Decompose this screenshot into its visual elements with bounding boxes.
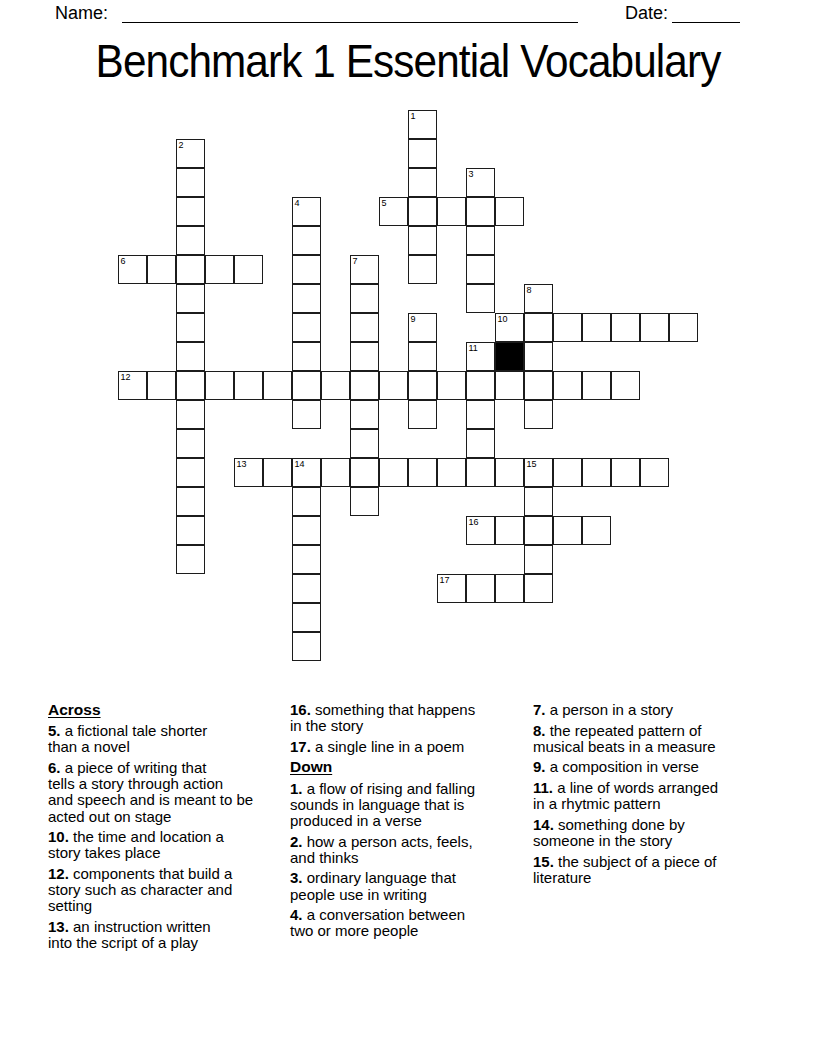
- clue-number-label: 13.: [48, 918, 69, 935]
- clue-number: 10: [498, 315, 508, 324]
- grid-cell[interactable]: [466, 226, 495, 255]
- grid-cell[interactable]: [466, 458, 495, 487]
- grid-cell[interactable]: [292, 545, 321, 574]
- clue-text: a flow of rising and falling sounds in l…: [290, 780, 475, 829]
- clue-13-across: 13. an instruction written into the scri…: [48, 919, 290, 951]
- grid-cell[interactable]: [176, 429, 205, 458]
- clue-number: 12: [121, 373, 131, 382]
- clue-text: ordinary language that people use in wri…: [290, 869, 456, 902]
- grid-cell[interactable]: [176, 516, 205, 545]
- grid-cell[interactable]: 9: [408, 313, 437, 342]
- grid-cell[interactable]: [379, 458, 408, 487]
- clue-text: a conversation between two or more peopl…: [290, 906, 465, 939]
- crossword-grid: 1234567891011121314151617: [118, 110, 698, 661]
- clue-15-down: 15. the subject of a piece of literature: [533, 854, 775, 886]
- clue-number-label: 1.: [290, 780, 303, 797]
- grid-cell[interactable]: [234, 371, 263, 400]
- grid-cell[interactable]: [582, 458, 611, 487]
- grid-cell[interactable]: [321, 458, 350, 487]
- clue-number-label: 6.: [48, 759, 61, 776]
- grid-cell[interactable]: [466, 574, 495, 603]
- grid-cell[interactable]: [292, 400, 321, 429]
- page-title: Benchmark 1 Essential Vocabulary: [41, 36, 775, 86]
- grid-cell[interactable]: [176, 458, 205, 487]
- grid-cell[interactable]: 1: [408, 110, 437, 139]
- grid-cell[interactable]: [640, 458, 669, 487]
- grid-cell[interactable]: [350, 284, 379, 313]
- grid-cell[interactable]: 4: [292, 197, 321, 226]
- grid-cell[interactable]: [408, 342, 437, 371]
- clue-1-down: 1. a flow of rising and falling sounds i…: [290, 781, 532, 830]
- clue-16-across: 16. something that happens in the story: [290, 702, 532, 734]
- clue-number-label: 16.: [290, 701, 311, 718]
- clue-text: something done by someone in the story: [533, 816, 685, 849]
- clue-text: a line of words arranged in a rhytmic pa…: [533, 779, 718, 812]
- grid-cell[interactable]: [611, 371, 640, 400]
- grid-cell[interactable]: [466, 197, 495, 226]
- grid-cell[interactable]: [292, 516, 321, 545]
- grid-cell[interactable]: [292, 342, 321, 371]
- grid-cell[interactable]: [437, 458, 466, 487]
- clue-12-across: 12. components that build a story such a…: [48, 866, 290, 915]
- grid-cell[interactable]: [205, 255, 234, 284]
- grid-cell[interactable]: [147, 371, 176, 400]
- clue-column-3: 7. a person in a story8. the repeated pa…: [533, 702, 775, 890]
- grid-cell[interactable]: [292, 255, 321, 284]
- clue-number-label: 10.: [48, 828, 69, 845]
- grid-cell[interactable]: [466, 255, 495, 284]
- grid-cell[interactable]: [466, 284, 495, 313]
- date-blank-line[interactable]: [672, 0, 740, 23]
- grid-cell[interactable]: [176, 400, 205, 429]
- clue-number: 5: [382, 199, 387, 208]
- grid-cell[interactable]: 13: [234, 458, 263, 487]
- clue-number: 9: [411, 315, 416, 324]
- clue-number: 13: [237, 460, 247, 469]
- clue-text: how a person acts, feels, and thinks: [290, 833, 473, 866]
- grid-cell[interactable]: [524, 313, 553, 342]
- grid-cell[interactable]: [553, 313, 582, 342]
- name-blank-line[interactable]: [122, 0, 578, 23]
- grid-cell[interactable]: [582, 371, 611, 400]
- clue-text: something that happens in the story: [290, 701, 475, 734]
- clue-text: components that build a story such as ch…: [48, 865, 232, 914]
- grid-cell[interactable]: [408, 226, 437, 255]
- grid-cell[interactable]: 16: [466, 516, 495, 545]
- grid-cell[interactable]: [437, 197, 466, 226]
- grid-cell[interactable]: [176, 284, 205, 313]
- name-label: Name:: [55, 3, 108, 23]
- grid-cell[interactable]: [524, 400, 553, 429]
- clue-17-across: 17. a single line in a poem: [290, 739, 532, 755]
- clue-column-1: Across5. a fictional tale shorter than a…: [48, 702, 290, 956]
- grid-cell[interactable]: 3: [466, 168, 495, 197]
- grid-cell[interactable]: [524, 342, 553, 371]
- grid-cell[interactable]: [408, 458, 437, 487]
- clue-number-label: 15.: [533, 853, 554, 870]
- grid-cell[interactable]: [350, 487, 379, 516]
- clue-number: 14: [295, 460, 305, 469]
- grid-cell[interactable]: [524, 574, 553, 603]
- clue-number: 4: [295, 199, 300, 208]
- grid-cell[interactable]: 2: [176, 139, 205, 168]
- grid-cell[interactable]: [321, 371, 350, 400]
- across-heading: Across: [48, 702, 290, 718]
- clue-5-across: 5. a fictional tale shorter than a novel: [48, 723, 290, 755]
- grid-cell[interactable]: [176, 487, 205, 516]
- clue-4-down: 4. a conversation between two or more pe…: [290, 907, 532, 939]
- clue-number: 17: [440, 576, 450, 585]
- grid-cell[interactable]: [350, 429, 379, 458]
- clue-number-label: 5.: [48, 722, 61, 739]
- clue-8-down: 8. the repeated pattern of musical beats…: [533, 723, 775, 755]
- clue-number: 16: [469, 518, 479, 527]
- clue-number-label: 14.: [533, 816, 554, 833]
- grid-cell[interactable]: [408, 371, 437, 400]
- grid-cell[interactable]: [466, 429, 495, 458]
- clue-9-down: 9. a composition in verse: [533, 759, 775, 775]
- grid-cell[interactable]: [408, 197, 437, 226]
- grid-cell[interactable]: 7: [350, 255, 379, 284]
- grid-cell[interactable]: [524, 487, 553, 516]
- clue-14-down: 14. something done by someone in the sto…: [533, 817, 775, 849]
- grid-cell[interactable]: [466, 400, 495, 429]
- grid-cell[interactable]: [524, 371, 553, 400]
- grid-cell[interactable]: 11: [466, 342, 495, 371]
- clue-number-label: 4.: [290, 906, 303, 923]
- clue-10-across: 10. the time and location a story takes …: [48, 829, 290, 861]
- grid-cell[interactable]: [437, 371, 466, 400]
- grid-cell[interactable]: [408, 168, 437, 197]
- grid-cell[interactable]: [292, 284, 321, 313]
- clue-11-down: 11. a line of words arranged in a rhytmi…: [533, 780, 775, 812]
- grid-cell[interactable]: [292, 313, 321, 342]
- grid-cell[interactable]: 5: [379, 197, 408, 226]
- grid-cell[interactable]: [263, 371, 292, 400]
- clue-text: a fictional tale shorter than a novel: [48, 722, 207, 755]
- clue-number-label: 8.: [533, 722, 546, 739]
- clue-number: 15: [527, 460, 537, 469]
- grid-cell[interactable]: [379, 371, 408, 400]
- grid-cell[interactable]: [524, 545, 553, 574]
- clue-number: 2: [179, 141, 184, 150]
- clue-column-2: 16. something that happens in the story1…: [290, 702, 532, 944]
- grid-cell[interactable]: [582, 516, 611, 545]
- worksheet-page: Name: Date: Benchmark 1 Essential Vocabu…: [0, 0, 816, 1056]
- clue-2-down: 2. how a person acts, feels, and thinks: [290, 834, 532, 866]
- grid-cell[interactable]: [176, 226, 205, 255]
- clue-number-label: 3.: [290, 869, 303, 886]
- grid-cell[interactable]: [495, 197, 524, 226]
- clue-number-label: 9.: [533, 758, 546, 775]
- grid-cell[interactable]: [495, 371, 524, 400]
- grid-cell[interactable]: [553, 371, 582, 400]
- grid-cell[interactable]: [408, 139, 437, 168]
- grid-cell[interactable]: [205, 371, 234, 400]
- grid-cell[interactable]: [176, 168, 205, 197]
- grid-cell[interactable]: [495, 574, 524, 603]
- date-label: Date:: [625, 3, 668, 23]
- grid-cell[interactable]: [292, 603, 321, 632]
- grid-cell[interactable]: [611, 313, 640, 342]
- grid-cell[interactable]: [350, 458, 379, 487]
- grid-cell[interactable]: [176, 197, 205, 226]
- grid-cell[interactable]: [495, 516, 524, 545]
- grid-cell[interactable]: [640, 313, 669, 342]
- grid-cell[interactable]: [234, 255, 263, 284]
- grid-cell[interactable]: [292, 574, 321, 603]
- clue-number-label: 11.: [533, 779, 553, 796]
- grid-cell[interactable]: [176, 545, 205, 574]
- grid-cell[interactable]: [495, 458, 524, 487]
- grid-cell[interactable]: 14: [292, 458, 321, 487]
- grid-cell[interactable]: [582, 313, 611, 342]
- clue-text: a single line in a poem: [311, 738, 464, 755]
- clue-7-down: 7. a person in a story: [533, 702, 775, 718]
- grid-cell[interactable]: [553, 516, 582, 545]
- grid-cell[interactable]: [292, 371, 321, 400]
- down-heading: Down: [290, 759, 532, 775]
- grid-cell[interactable]: [292, 487, 321, 516]
- grid-cell[interactable]: 15: [524, 458, 553, 487]
- grid-cell[interactable]: [350, 371, 379, 400]
- blocked-cell: [495, 342, 524, 371]
- grid-cell[interactable]: [350, 342, 379, 371]
- grid-cell[interactable]: 6: [118, 255, 147, 284]
- grid-cell[interactable]: [466, 371, 495, 400]
- clue-number: 3: [469, 170, 474, 179]
- clue-number-label: 17.: [290, 738, 311, 755]
- grid-cell[interactable]: 10: [495, 313, 524, 342]
- grid-cell[interactable]: [408, 400, 437, 429]
- clue-text: a piece of writing that tells a story th…: [48, 759, 253, 825]
- clue-number-label: 7.: [533, 701, 546, 718]
- clue-number-label: 2.: [290, 833, 303, 850]
- clue-number: 7: [353, 257, 358, 266]
- grid-cell[interactable]: [669, 313, 698, 342]
- clue-text: a person in a story: [546, 701, 674, 718]
- grid-cell[interactable]: [176, 255, 205, 284]
- clue-text: the subject of a piece of literature: [533, 853, 716, 886]
- grid-cell[interactable]: [292, 632, 321, 661]
- grid-cell[interactable]: [553, 458, 582, 487]
- grid-cell[interactable]: [176, 371, 205, 400]
- clue-number-label: 12.: [48, 865, 69, 882]
- grid-cell[interactable]: [263, 458, 292, 487]
- grid-cell[interactable]: [350, 313, 379, 342]
- grid-cell[interactable]: [350, 400, 379, 429]
- clue-text: a composition in verse: [546, 758, 699, 775]
- grid-cell[interactable]: [524, 516, 553, 545]
- clue-number: 8: [527, 286, 532, 295]
- grid-cell[interactable]: [611, 458, 640, 487]
- clue-number: 11: [469, 344, 478, 353]
- grid-cell[interactable]: [176, 313, 205, 342]
- clue-number: 6: [121, 257, 126, 266]
- grid-cell[interactable]: 8: [524, 284, 553, 313]
- clue-text: the repeated pattern of musical beats in…: [533, 722, 716, 755]
- grid-cell[interactable]: [292, 226, 321, 255]
- grid-cell[interactable]: [176, 342, 205, 371]
- grid-cell[interactable]: 12: [118, 371, 147, 400]
- clue-text: the time and location a story takes plac…: [48, 828, 224, 861]
- clue-number: 1: [411, 112, 416, 121]
- clue-6-across: 6. a piece of writing that tells a story…: [48, 760, 290, 825]
- clue-text: an instruction written into the script o…: [48, 918, 211, 951]
- grid-cell[interactable]: [408, 255, 437, 284]
- grid-cell[interactable]: [147, 255, 176, 284]
- grid-cell[interactable]: 17: [437, 574, 466, 603]
- clue-3-down: 3. ordinary language that people use in …: [290, 870, 532, 902]
